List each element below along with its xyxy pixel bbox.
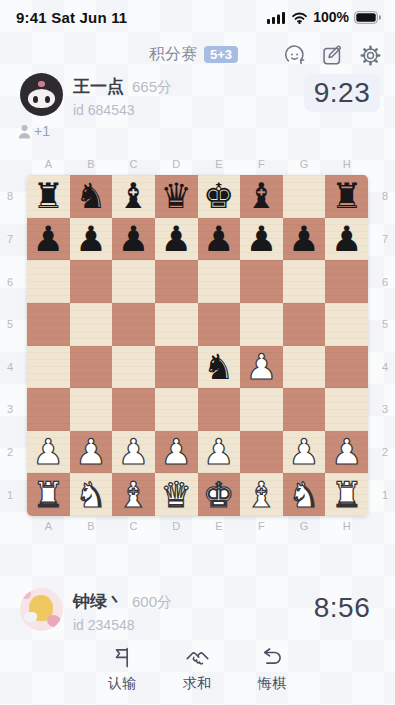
coord-label-1: 1 (3, 473, 17, 516)
square-c4[interactable] (112, 346, 155, 389)
black-queen-d8[interactable]: ♛ (160, 175, 191, 217)
square-h6[interactable] (325, 260, 368, 303)
square-a5[interactable] (27, 303, 70, 346)
square-b5[interactable] (70, 303, 113, 346)
coord-label-6: 6 (378, 260, 392, 303)
coord-label-7: 7 (3, 218, 17, 261)
file-labels-bottom: ABCDEFGH (27, 520, 368, 532)
opponent-avatar[interactable] (20, 73, 63, 116)
coord-label-D: D (155, 520, 198, 532)
square-g1[interactable]: ♞ (283, 473, 326, 516)
white-pawn-c2[interactable]: ♟ (118, 431, 149, 473)
square-g5[interactable] (283, 303, 326, 346)
file-labels-top: ABCDEFGH (27, 158, 368, 170)
opponent-rating: 665分 (132, 78, 172, 97)
coord-label-F: F (240, 520, 283, 532)
coord-label-C: C (112, 520, 155, 532)
settings-gear-icon[interactable] (359, 44, 382, 67)
rank-labels-left: 87654321 (3, 175, 17, 516)
wifi-icon (291, 11, 308, 24)
offer-draw-button[interactable]: 求和 (167, 645, 227, 693)
player-rating: 600分 (132, 593, 172, 612)
status-time: 9:41 (16, 9, 47, 26)
white-rook-h1[interactable]: ♜ (331, 474, 362, 516)
square-a1[interactable]: ♜ (27, 473, 70, 516)
square-f5[interactable] (240, 303, 283, 346)
square-d7[interactable]: ♟ (155, 218, 198, 261)
square-b4[interactable] (70, 346, 113, 389)
black-knight-e4[interactable]: ♞ (203, 346, 234, 388)
coord-label-4: 4 (378, 346, 392, 389)
white-pawn-b2[interactable]: ♟ (75, 431, 106, 473)
black-king-e8[interactable]: ♚ (203, 175, 234, 217)
white-pawn-h2[interactable]: ♟ (331, 431, 362, 473)
square-g2[interactable]: ♟ (283, 431, 326, 474)
spectator-person-icon (18, 124, 31, 139)
chess-app-screen: 9:41 Sat Jun 11 100% (0, 0, 395, 705)
square-e7[interactable]: ♟ (198, 218, 241, 261)
square-h1[interactable]: ♜ (325, 473, 368, 516)
square-e6[interactable] (198, 260, 241, 303)
rank-labels-right: 87654321 (378, 175, 392, 516)
player-avatar[interactable] (20, 588, 63, 631)
square-e1[interactable]: ♚ (198, 473, 241, 516)
white-bishop-c1[interactable]: ♝ (118, 474, 149, 516)
player-name: 钟绿丶 (73, 590, 124, 613)
square-c5[interactable] (112, 303, 155, 346)
chess-board[interactable]: ♜♞♝♛♚♝♜♟♟♟♟♟♟♟♟♞♟♟♟♟♟♟♟♟♜♞♝♛♚♝♞♜ (27, 175, 368, 516)
opponent-clock: 9:23 (304, 74, 380, 112)
white-pawn-e2[interactable]: ♟ (203, 431, 234, 473)
square-h2[interactable]: ♟ (325, 431, 368, 474)
square-c8[interactable]: ♝ (112, 175, 155, 218)
square-g8[interactable] (283, 175, 326, 218)
square-d4[interactable] (155, 346, 198, 389)
white-bishop-f1[interactable]: ♝ (246, 474, 277, 516)
player-id: id 234548 (73, 617, 172, 633)
black-pawn-g7[interactable]: ♟ (288, 218, 319, 260)
square-c6[interactable] (112, 260, 155, 303)
black-pawn-h7[interactable]: ♟ (331, 218, 362, 260)
black-bishop-f8[interactable]: ♝ (246, 175, 277, 217)
black-pawn-c7[interactable]: ♟ (118, 218, 149, 260)
coord-label-2: 2 (3, 431, 17, 474)
coord-label-A: A (27, 158, 70, 170)
square-b3[interactable] (70, 388, 113, 431)
square-a7[interactable]: ♟ (27, 218, 70, 261)
coord-label-5: 5 (378, 303, 392, 346)
coord-label-B: B (70, 520, 113, 532)
coord-label-2: 2 (378, 431, 392, 474)
offer-draw-label: 求和 (183, 675, 211, 693)
square-f3[interactable] (240, 388, 283, 431)
game-mode: 积分赛 5+3 (149, 44, 238, 65)
square-f2[interactable] (240, 431, 283, 474)
white-pawn-a2[interactable]: ♟ (33, 431, 64, 473)
coord-label-H: H (325, 158, 368, 170)
square-h8[interactable]: ♜ (325, 175, 368, 218)
draw-handshake-icon (185, 645, 210, 670)
coord-label-8: 8 (3, 175, 17, 218)
coord-label-F: F (240, 158, 283, 170)
square-b2[interactable]: ♟ (70, 431, 113, 474)
square-f4[interactable]: ♟ (240, 346, 283, 389)
coord-label-G: G (283, 158, 326, 170)
coord-label-3: 3 (378, 388, 392, 431)
white-knight-b1[interactable]: ♞ (75, 474, 106, 516)
coord-label-H: H (325, 520, 368, 532)
battery-icon (354, 11, 381, 24)
resign-button[interactable]: 认输 (92, 645, 152, 693)
black-pawn-e7[interactable]: ♟ (203, 218, 234, 260)
emote-icon[interactable] (283, 44, 306, 67)
square-b6[interactable] (70, 260, 113, 303)
square-d1[interactable]: ♛ (155, 473, 198, 516)
status-bar: 9:41 Sat Jun 11 100% (0, 0, 395, 30)
coord-label-5: 5 (3, 303, 17, 346)
opponent-id: id 684543 (73, 102, 172, 118)
square-e2[interactable]: ♟ (198, 431, 241, 474)
coord-label-C: C (112, 158, 155, 170)
resign-flag-icon (110, 645, 135, 670)
white-knight-g1[interactable]: ♞ (288, 474, 319, 516)
action-bar: 认输 求和 悔棋 (92, 645, 302, 693)
square-f8[interactable]: ♝ (240, 175, 283, 218)
square-d5[interactable] (155, 303, 198, 346)
square-e4[interactable]: ♞ (198, 346, 241, 389)
black-rook-a8[interactable]: ♜ (33, 175, 64, 217)
square-f1[interactable]: ♝ (240, 473, 283, 516)
resign-label: 认输 (108, 675, 136, 693)
white-queen-d1[interactable]: ♛ (160, 474, 191, 516)
takeback-label: 悔棋 (258, 675, 286, 693)
coord-label-E: E (198, 520, 241, 532)
square-g4[interactable] (283, 346, 326, 389)
square-e3[interactable] (198, 388, 241, 431)
status-date: Sat Jun 11 (51, 9, 127, 26)
coord-label-E: E (198, 158, 241, 170)
white-rook-a1[interactable]: ♜ (33, 474, 64, 516)
coord-label-D: D (155, 158, 198, 170)
square-d2[interactable]: ♟ (155, 431, 198, 474)
white-pawn-g2[interactable]: ♟ (288, 431, 319, 473)
square-h3[interactable] (325, 388, 368, 431)
square-a4[interactable] (27, 346, 70, 389)
black-knight-b8[interactable]: ♞ (75, 175, 106, 217)
square-b1[interactable]: ♞ (70, 473, 113, 516)
square-g7[interactable]: ♟ (283, 218, 326, 261)
time-control-badge: 5+3 (204, 46, 238, 63)
square-h5[interactable] (325, 303, 368, 346)
square-a8[interactable]: ♜ (27, 175, 70, 218)
takeback-button[interactable]: 悔棋 (242, 645, 302, 693)
white-pawn-d2[interactable]: ♟ (160, 431, 191, 473)
coord-label-7: 7 (378, 218, 392, 261)
square-c3[interactable] (112, 388, 155, 431)
cellular-signal-icon (267, 11, 286, 24)
coord-label-3: 3 (3, 388, 17, 431)
square-c7[interactable]: ♟ (112, 218, 155, 261)
black-pawn-d7[interactable]: ♟ (160, 218, 191, 260)
coord-label-G: G (283, 520, 326, 532)
square-d8[interactable]: ♛ (155, 175, 198, 218)
spectator-count: +1 (18, 123, 50, 139)
black-pawn-f7[interactable]: ♟ (246, 218, 277, 260)
square-e5[interactable] (198, 303, 241, 346)
black-pawn-b7[interactable]: ♟ (75, 218, 106, 260)
square-a6[interactable] (27, 260, 70, 303)
black-rook-h8[interactable]: ♜ (331, 175, 362, 217)
black-bishop-c8[interactable]: ♝ (118, 175, 149, 217)
black-pawn-a7[interactable]: ♟ (33, 218, 64, 260)
square-h7[interactable]: ♟ (325, 218, 368, 261)
square-f7[interactable]: ♟ (240, 218, 283, 261)
square-d6[interactable] (155, 260, 198, 303)
square-e8[interactable]: ♚ (198, 175, 241, 218)
player-clock: 8:56 (304, 589, 380, 627)
coord-label-A: A (27, 520, 70, 532)
coord-label-B: B (70, 158, 113, 170)
status-time-date: 9:41 Sat Jun 11 (16, 9, 127, 26)
coord-label-1: 1 (378, 473, 392, 516)
square-a2[interactable]: ♟ (27, 431, 70, 474)
square-a3[interactable] (27, 388, 70, 431)
white-pawn-f4[interactable]: ♟ (246, 346, 277, 388)
square-f6[interactable] (240, 260, 283, 303)
opponent-row: 王一点 665分 id 684543 9:23 +1 (0, 73, 395, 119)
battery-percentage: 100% (313, 9, 349, 25)
white-king-e1[interactable]: ♚ (203, 474, 234, 516)
player-row: 钟绿丶 600分 id 234548 8:56 (0, 588, 395, 634)
square-b7[interactable]: ♟ (70, 218, 113, 261)
coord-label-8: 8 (378, 175, 392, 218)
opponent-name: 王一点 (73, 75, 124, 98)
coord-label-6: 6 (3, 260, 17, 303)
square-h4[interactable] (325, 346, 368, 389)
coord-label-4: 4 (3, 346, 17, 389)
square-d3[interactable] (155, 388, 198, 431)
game-mode-label: 积分赛 (149, 44, 197, 65)
takeback-undo-icon (260, 645, 285, 670)
square-c2[interactable]: ♟ (112, 431, 155, 474)
square-b8[interactable]: ♞ (70, 175, 113, 218)
square-c1[interactable]: ♝ (112, 473, 155, 516)
square-g3[interactable] (283, 388, 326, 431)
top-bar: 积分赛 5+3 (0, 44, 395, 70)
square-g6[interactable] (283, 260, 326, 303)
compose-icon[interactable] (321, 44, 344, 67)
